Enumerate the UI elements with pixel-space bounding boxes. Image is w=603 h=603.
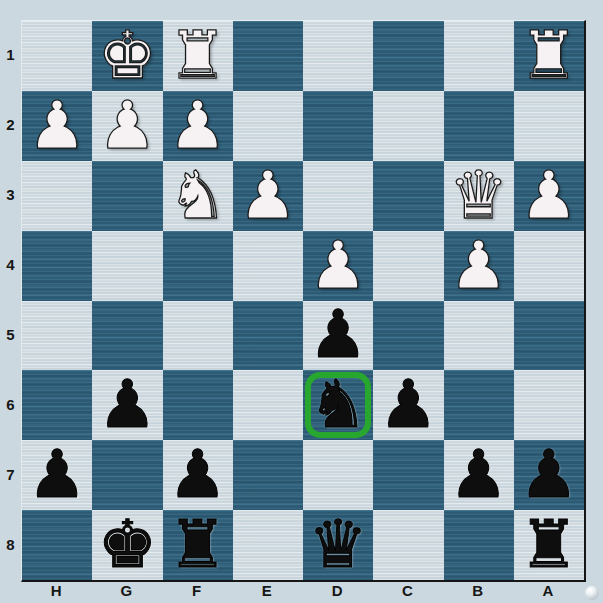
piece-black-pawn[interactable]: ♟ (22, 440, 92, 510)
square-a4[interactable] (514, 231, 584, 301)
square-f3[interactable]: ♞ (163, 161, 233, 231)
square-d5[interactable]: ♟ (303, 301, 373, 371)
rank-labels: 1 2 3 4 5 6 7 8 (0, 20, 21, 579)
square-h1[interactable] (22, 21, 92, 91)
square-g8[interactable]: ♚ (92, 510, 162, 580)
rank-label-6: 6 (0, 369, 21, 439)
chess-app: 1 2 3 4 5 6 7 8 ♚♜♜♟♟♟♞♟♛♟♟♟♟♟♞♟♟♟♟♟♚♜♛♜… (0, 0, 603, 603)
square-g7[interactable] (92, 440, 162, 510)
square-d4[interactable]: ♟ (303, 231, 373, 301)
square-e8[interactable] (233, 510, 303, 580)
rank-label-7: 7 (0, 439, 21, 509)
piece-white-pawn[interactable]: ♟ (303, 231, 373, 301)
square-g3[interactable] (92, 161, 162, 231)
square-f6[interactable] (163, 370, 233, 440)
piece-white-pawn[interactable]: ♟ (444, 231, 514, 301)
square-g4[interactable] (92, 231, 162, 301)
piece-black-pawn[interactable]: ♟ (92, 370, 162, 440)
square-c4[interactable] (373, 231, 443, 301)
file-label-h: H (21, 579, 91, 601)
piece-white-pawn[interactable]: ♟ (233, 161, 303, 231)
square-f1[interactable]: ♜ (163, 21, 233, 91)
square-b7[interactable]: ♟ (444, 440, 514, 510)
square-g6[interactable]: ♟ (92, 370, 162, 440)
square-a7[interactable]: ♟ (514, 440, 584, 510)
square-h2[interactable]: ♟ (22, 91, 92, 161)
square-a8[interactable]: ♜ (514, 510, 584, 580)
rank-label-2: 2 (0, 90, 21, 160)
piece-black-queen[interactable]: ♛ (303, 510, 373, 580)
square-f4[interactable] (163, 231, 233, 301)
square-h3[interactable] (22, 161, 92, 231)
square-d1[interactable] (303, 21, 373, 91)
piece-white-king[interactable]: ♚ (92, 21, 162, 91)
square-b1[interactable] (444, 21, 514, 91)
square-e1[interactable] (233, 21, 303, 91)
square-h7[interactable]: ♟ (22, 440, 92, 510)
square-a5[interactable] (514, 301, 584, 371)
piece-black-pawn[interactable]: ♟ (373, 370, 443, 440)
piece-white-pawn[interactable]: ♟ (514, 161, 584, 231)
piece-white-knight[interactable]: ♞ (163, 161, 233, 231)
decoration-ball-icon (585, 586, 599, 600)
piece-black-pawn[interactable]: ♟ (514, 440, 584, 510)
square-c2[interactable] (373, 91, 443, 161)
file-label-e: E (232, 579, 302, 601)
square-a1[interactable]: ♜ (514, 21, 584, 91)
square-h5[interactable] (22, 301, 92, 371)
square-f2[interactable]: ♟ (163, 91, 233, 161)
rank-label-3: 3 (0, 160, 21, 230)
square-g5[interactable] (92, 301, 162, 371)
square-f8[interactable]: ♜ (163, 510, 233, 580)
square-e5[interactable] (233, 301, 303, 371)
square-b5[interactable] (444, 301, 514, 371)
piece-black-rook[interactable]: ♜ (163, 510, 233, 580)
piece-white-pawn[interactable]: ♟ (92, 91, 162, 161)
square-f7[interactable]: ♟ (163, 440, 233, 510)
rank-label-1: 1 (0, 20, 21, 90)
file-label-b: B (443, 579, 513, 601)
piece-white-queen[interactable]: ♛ (444, 161, 514, 231)
rank-label-4: 4 (0, 230, 21, 300)
rank-label-5: 5 (0, 300, 21, 370)
square-c7[interactable] (373, 440, 443, 510)
square-a6[interactable] (514, 370, 584, 440)
square-a2[interactable] (514, 91, 584, 161)
file-label-c: C (372, 579, 442, 601)
square-b2[interactable] (444, 91, 514, 161)
square-d6[interactable]: ♞ (303, 370, 373, 440)
square-a3[interactable]: ♟ (514, 161, 584, 231)
square-d3[interactable] (303, 161, 373, 231)
square-g2[interactable]: ♟ (92, 91, 162, 161)
square-c3[interactable] (373, 161, 443, 231)
square-e7[interactable] (233, 440, 303, 510)
square-b4[interactable]: ♟ (444, 231, 514, 301)
piece-black-pawn[interactable]: ♟ (303, 301, 373, 371)
square-e6[interactable] (233, 370, 303, 440)
square-b8[interactable] (444, 510, 514, 580)
square-e2[interactable] (233, 91, 303, 161)
square-d7[interactable] (303, 440, 373, 510)
square-c1[interactable] (373, 21, 443, 91)
square-c5[interactable] (373, 301, 443, 371)
square-c6[interactable]: ♟ (373, 370, 443, 440)
piece-black-knight[interactable]: ♞ (303, 370, 373, 440)
square-g1[interactable]: ♚ (92, 21, 162, 91)
piece-black-pawn[interactable]: ♟ (444, 440, 514, 510)
piece-white-pawn[interactable]: ♟ (163, 91, 233, 161)
piece-white-pawn[interactable]: ♟ (22, 91, 92, 161)
square-e4[interactable] (233, 231, 303, 301)
piece-black-rook[interactable]: ♜ (514, 510, 584, 580)
square-c8[interactable] (373, 510, 443, 580)
piece-black-pawn[interactable]: ♟ (163, 440, 233, 510)
square-e3[interactable]: ♟ (233, 161, 303, 231)
square-d8[interactable]: ♛ (303, 510, 373, 580)
square-h6[interactable] (22, 370, 92, 440)
square-b3[interactable]: ♛ (444, 161, 514, 231)
piece-black-king[interactable]: ♚ (92, 510, 162, 580)
square-f5[interactable] (163, 301, 233, 371)
square-h4[interactable] (22, 231, 92, 301)
piece-white-rook[interactable]: ♜ (514, 21, 584, 91)
rank-label-8: 8 (0, 509, 21, 579)
square-b6[interactable] (444, 370, 514, 440)
square-d2[interactable] (303, 91, 373, 161)
square-h8[interactable] (22, 510, 92, 580)
piece-white-rook[interactable]: ♜ (163, 21, 233, 91)
chess-board: ♚♜♜♟♟♟♞♟♛♟♟♟♟♟♞♟♟♟♟♟♚♜♛♜ (21, 20, 586, 582)
